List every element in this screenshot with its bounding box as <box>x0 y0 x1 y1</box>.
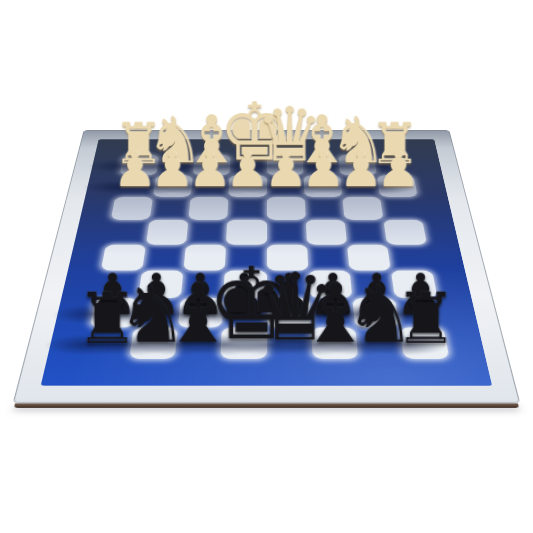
chess-board[interactable]: ♜♞♝♚♛♝♞♜♟♟♟♟♟♟♟♟♟♟♟♟♟♟♟♟♜♞♝♚♛♝♞♜ <box>13 130 521 403</box>
square-c3[interactable] <box>304 197 344 220</box>
square-h3[interactable] <box>111 197 153 220</box>
square-b3[interactable] <box>342 197 383 220</box>
square-a3[interactable] <box>380 197 422 220</box>
square-e4[interactable] <box>226 220 266 244</box>
square-c4[interactable] <box>305 220 346 244</box>
square-g3[interactable] <box>150 197 191 220</box>
white-pawn-a2[interactable]: ♟ <box>368 145 428 194</box>
square-f3[interactable] <box>189 197 229 220</box>
square-g4[interactable] <box>146 220 189 244</box>
black-rook-a8[interactable]: ♜ <box>389 284 462 354</box>
square-b4[interactable] <box>344 220 387 244</box>
board-front-edge <box>14 403 519 407</box>
square-d4[interactable] <box>267 220 307 244</box>
photo-background: ♜♞♝♚♛♝♞♜♟♟♟♟♟♟♟♟♟♟♟♟♟♟♟♟♜♞♝♚♛♝♞♜ <box>0 0 533 533</box>
square-f4[interactable] <box>186 220 227 244</box>
square-a4[interactable] <box>383 220 427 244</box>
square-e3[interactable] <box>228 197 267 220</box>
square-d3[interactable] <box>267 197 306 220</box>
square-h4[interactable] <box>106 220 150 244</box>
